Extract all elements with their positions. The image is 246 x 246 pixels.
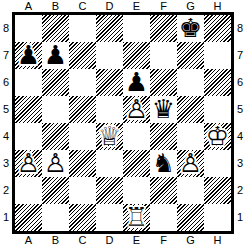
rank-label: 2 xyxy=(0,177,12,204)
square-d7[interactable] xyxy=(96,42,123,69)
square-d1[interactable] xyxy=(96,204,123,231)
square-g3[interactable]: ♟♙ xyxy=(177,150,204,177)
square-d6[interactable] xyxy=(96,69,123,96)
file-label: H xyxy=(204,0,231,12)
rank-label: 4 xyxy=(234,123,246,150)
piece-black-knight[interactable]: ♞♞ xyxy=(150,150,177,177)
square-f3[interactable]: ♞♞ xyxy=(150,150,177,177)
square-b8[interactable] xyxy=(42,15,69,42)
rank-label: 1 xyxy=(234,204,246,231)
piece-glyph: ♛ xyxy=(150,96,177,123)
square-g2[interactable] xyxy=(177,177,204,204)
file-label: C xyxy=(69,234,96,246)
square-e1[interactable]: ♜♖ xyxy=(123,204,150,231)
square-c6[interactable] xyxy=(69,69,96,96)
square-d5[interactable] xyxy=(96,96,123,123)
square-b7[interactable]: ♟♟ xyxy=(42,42,69,69)
file-labels-top: ABCDEFGH xyxy=(15,0,231,12)
square-f1[interactable] xyxy=(150,204,177,231)
piece-white-pawn[interactable]: ♟♙ xyxy=(15,150,42,177)
square-d4[interactable]: ♛♕ xyxy=(96,123,123,150)
file-label: A xyxy=(15,234,42,246)
square-c5[interactable] xyxy=(69,96,96,123)
piece-glyph: ♙ xyxy=(42,150,69,177)
square-c1[interactable] xyxy=(69,204,96,231)
square-g6[interactable] xyxy=(177,69,204,96)
rank-label: 1 xyxy=(0,204,12,231)
rank-label: 6 xyxy=(234,69,246,96)
rank-label: 4 xyxy=(0,123,12,150)
square-e6[interactable]: ♟♟ xyxy=(123,69,150,96)
square-e8[interactable] xyxy=(123,15,150,42)
square-e7[interactable] xyxy=(123,42,150,69)
square-a7[interactable]: ♟♟ xyxy=(15,42,42,69)
piece-glyph: ♞ xyxy=(150,150,177,177)
file-label: F xyxy=(150,0,177,12)
piece-white-king[interactable]: ♚♔ xyxy=(204,123,231,150)
file-label: D xyxy=(96,234,123,246)
square-h5[interactable] xyxy=(204,96,231,123)
square-a3[interactable]: ♟♙ xyxy=(15,150,42,177)
square-f6[interactable] xyxy=(150,69,177,96)
square-f4[interactable] xyxy=(150,123,177,150)
square-e5[interactable]: ♟♙ xyxy=(123,96,150,123)
square-e3[interactable] xyxy=(123,150,150,177)
piece-white-pawn[interactable]: ♟♙ xyxy=(42,150,69,177)
piece-glyph: ♙ xyxy=(177,150,204,177)
square-c2[interactable] xyxy=(69,177,96,204)
square-f2[interactable] xyxy=(150,177,177,204)
rank-labels-left: 87654321 xyxy=(0,15,12,231)
square-c8[interactable] xyxy=(69,15,96,42)
square-b1[interactable] xyxy=(42,204,69,231)
square-h6[interactable] xyxy=(204,69,231,96)
file-label: F xyxy=(150,234,177,246)
rank-label: 3 xyxy=(234,150,246,177)
square-h8[interactable] xyxy=(204,15,231,42)
square-a5[interactable] xyxy=(15,96,42,123)
chess-diagram: ABCDEFGH 87654321 ♚♚♟♟♟♟♟♟♟♙♛♛♛♕♚♔♟♙♟♙♞♞… xyxy=(0,0,246,246)
square-a6[interactable] xyxy=(15,69,42,96)
square-h4[interactable]: ♚♔ xyxy=(204,123,231,150)
rank-label: 8 xyxy=(234,15,246,42)
square-b6[interactable] xyxy=(42,69,69,96)
rank-label: 7 xyxy=(0,42,12,69)
square-b2[interactable] xyxy=(42,177,69,204)
square-a2[interactable] xyxy=(15,177,42,204)
piece-glyph: ♟ xyxy=(15,42,42,69)
square-g5[interactable] xyxy=(177,96,204,123)
square-f5[interactable]: ♛♛ xyxy=(150,96,177,123)
file-label: G xyxy=(177,0,204,12)
file-label: E xyxy=(123,0,150,12)
rank-labels-right: 87654321 xyxy=(234,15,246,231)
file-label: B xyxy=(42,234,69,246)
square-d2[interactable] xyxy=(96,177,123,204)
square-f8[interactable] xyxy=(150,15,177,42)
file-label: D xyxy=(96,0,123,12)
square-b5[interactable] xyxy=(42,96,69,123)
square-c4[interactable] xyxy=(69,123,96,150)
rank-label: 3 xyxy=(0,150,12,177)
piece-black-queen[interactable]: ♛♛ xyxy=(150,96,177,123)
piece-white-pawn[interactable]: ♟♙ xyxy=(123,96,150,123)
file-labels-bottom: ABCDEFGH xyxy=(15,234,231,246)
rank-label: 6 xyxy=(0,69,12,96)
square-c3[interactable] xyxy=(69,150,96,177)
square-a1[interactable] xyxy=(15,204,42,231)
square-h2[interactable] xyxy=(204,177,231,204)
square-c7[interactable] xyxy=(69,42,96,69)
square-h3[interactable] xyxy=(204,150,231,177)
chess-board[interactable]: ♚♚♟♟♟♟♟♟♟♙♛♛♛♕♚♔♟♙♟♙♞♞♟♙♜♖ xyxy=(12,12,234,234)
file-label: B xyxy=(42,0,69,12)
square-g7[interactable] xyxy=(177,42,204,69)
piece-glyph: ♕ xyxy=(96,123,123,150)
file-label: G xyxy=(177,234,204,246)
piece-glyph: ♚ xyxy=(177,15,204,42)
rank-label: 5 xyxy=(234,96,246,123)
piece-white-pawn[interactable]: ♟♙ xyxy=(177,150,204,177)
square-h7[interactable] xyxy=(204,42,231,69)
piece-black-pawn[interactable]: ♟♟ xyxy=(123,69,150,96)
square-b3[interactable]: ♟♙ xyxy=(42,150,69,177)
piece-black-king[interactable]: ♚♚ xyxy=(177,15,204,42)
square-d3[interactable] xyxy=(96,150,123,177)
file-label: H xyxy=(204,234,231,246)
square-a4[interactable] xyxy=(15,123,42,150)
piece-glyph: ♙ xyxy=(15,150,42,177)
file-label: E xyxy=(123,234,150,246)
square-d8[interactable] xyxy=(96,15,123,42)
square-f7[interactable] xyxy=(150,42,177,69)
file-label: C xyxy=(69,0,96,12)
rank-label: 7 xyxy=(234,42,246,69)
square-g8[interactable]: ♚♚ xyxy=(177,15,204,42)
file-label: A xyxy=(15,0,42,12)
rank-label: 8 xyxy=(0,15,12,42)
square-a8[interactable] xyxy=(15,15,42,42)
piece-black-pawn[interactable]: ♟♟ xyxy=(42,42,69,69)
square-h1[interactable] xyxy=(204,204,231,231)
piece-glyph: ♖ xyxy=(123,204,150,231)
piece-glyph: ♔ xyxy=(204,123,231,150)
square-e4[interactable] xyxy=(123,123,150,150)
square-g1[interactable] xyxy=(177,204,204,231)
piece-glyph: ♟ xyxy=(42,42,69,69)
piece-white-rook[interactable]: ♜♖ xyxy=(123,204,150,231)
piece-white-queen[interactable]: ♛♕ xyxy=(96,123,123,150)
piece-black-pawn[interactable]: ♟♟ xyxy=(15,42,42,69)
piece-glyph: ♙ xyxy=(123,96,150,123)
square-g4[interactable] xyxy=(177,123,204,150)
rank-label: 5 xyxy=(0,96,12,123)
rank-label: 2 xyxy=(234,177,246,204)
piece-glyph: ♟ xyxy=(123,69,150,96)
square-b4[interactable] xyxy=(42,123,69,150)
square-e2[interactable] xyxy=(123,177,150,204)
